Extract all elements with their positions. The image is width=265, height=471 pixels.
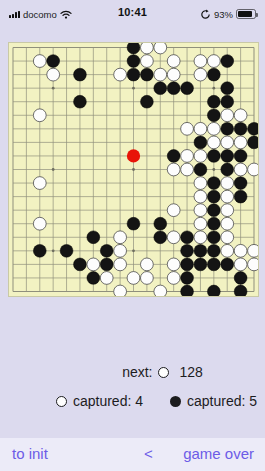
black-captured-item: captured: 5 bbox=[170, 393, 257, 409]
game-over-button[interactable]: game over bbox=[183, 445, 254, 462]
signal-strength-icon bbox=[9, 10, 20, 18]
battery-icon bbox=[236, 9, 256, 19]
battery-percent-label: 93% bbox=[214, 9, 233, 20]
orientation-lock-icon bbox=[200, 9, 211, 20]
white-captured-item: captured: 4 bbox=[56, 393, 143, 409]
black-stone-icon bbox=[170, 396, 181, 407]
black-captured-text: captured: 5 bbox=[187, 393, 257, 409]
status-bar: docomo 10:41 93% bbox=[0, 0, 265, 24]
next-label: next: bbox=[122, 364, 152, 380]
carrier-label: docomo bbox=[23, 9, 57, 20]
captured-line: captured: 4 captured: 5 bbox=[24, 391, 265, 411]
go-board[interactable] bbox=[8, 42, 259, 297]
bottom-toolbar: to init < game over bbox=[0, 438, 265, 471]
wifi-icon bbox=[60, 10, 72, 19]
undo-back-button[interactable]: < bbox=[144, 445, 153, 462]
next-move-line: next: 128 bbox=[30, 362, 265, 382]
white-captured-text: captured: 4 bbox=[73, 393, 143, 409]
clock: 10:41 bbox=[118, 6, 147, 18]
next-player-white-stone-icon bbox=[158, 367, 169, 378]
go-board-svg bbox=[9, 43, 258, 296]
white-stone-icon bbox=[56, 396, 67, 407]
to-init-button[interactable]: to init bbox=[12, 445, 48, 462]
move-number: 128 bbox=[180, 364, 203, 380]
